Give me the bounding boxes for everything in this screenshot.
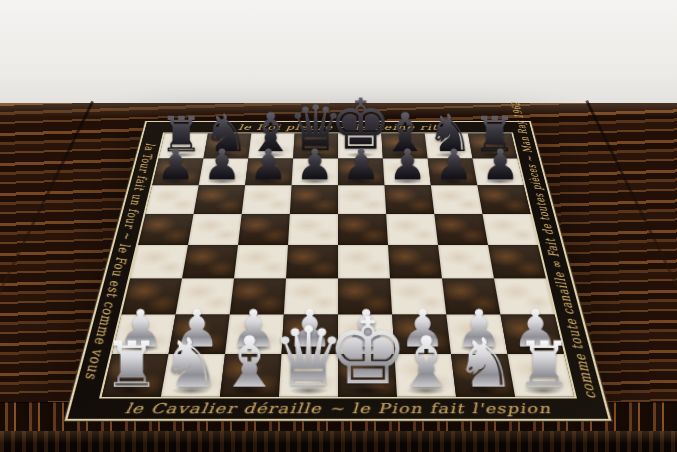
square-a6[interactable] <box>145 185 198 214</box>
square-b5[interactable] <box>188 214 242 245</box>
board-frame: le Roi pleure ~ la Reine rit la Tour fai… <box>65 121 612 421</box>
square-g1[interactable]: ♞ <box>451 354 515 397</box>
piece-black-pawn-e7[interactable]: ♟ <box>342 145 380 184</box>
square-c5[interactable] <box>238 214 290 245</box>
piece-black-pawn-d7[interactable]: ♟ <box>296 145 334 184</box>
square-e4[interactable] <box>338 245 390 278</box>
square-h4[interactable] <box>488 245 546 278</box>
square-a5[interactable] <box>138 214 194 245</box>
square-a7[interactable]: ♟ <box>152 159 203 186</box>
square-g6[interactable] <box>431 185 483 214</box>
square-c4[interactable] <box>234 245 288 278</box>
piece-white-knight-g1[interactable]: ♞ <box>455 332 516 395</box>
piece-black-pawn-h7[interactable]: ♟ <box>481 145 519 184</box>
square-g7[interactable]: ♟ <box>428 159 478 186</box>
frame-band-bottom: le Cavalier déraille ~ le Pion fait l'es… <box>94 399 582 419</box>
square-a1[interactable]: ♜ <box>102 354 169 397</box>
square-f5[interactable] <box>386 214 438 245</box>
inscription-top: le Roi pleure ~ la Reine rit <box>238 123 439 132</box>
piece-black-pawn-g7[interactable]: ♟ <box>435 145 473 184</box>
square-b7[interactable]: ♟ <box>199 159 249 186</box>
square-d5[interactable] <box>288 214 338 245</box>
square-h5[interactable] <box>482 214 538 245</box>
square-d1[interactable]: ♛ <box>279 354 338 397</box>
piece-black-pawn-c7[interactable]: ♟ <box>249 145 287 184</box>
piece-black-pawn-b7[interactable]: ♟ <box>203 145 241 184</box>
square-g4[interactable] <box>438 245 494 278</box>
piece-white-rook-h1[interactable]: ♜ <box>516 336 573 395</box>
piece-white-queen-d1[interactable]: ♛ <box>272 319 346 395</box>
square-f4[interactable] <box>388 245 442 278</box>
square-d7[interactable]: ♟ <box>292 159 338 186</box>
square-f7[interactable]: ♟ <box>383 159 431 186</box>
square-e6[interactable] <box>338 185 386 214</box>
perspective-wrap: le Roi pleure ~ la Reine rit la Tour fai… <box>0 0 677 452</box>
inscription-bottom: le Cavalier déraille ~ le Pion fait l'es… <box>123 400 552 417</box>
square-f6[interactable] <box>384 185 434 214</box>
square-c7[interactable]: ♟ <box>245 159 293 186</box>
square-d6[interactable] <box>290 185 338 214</box>
photo-scene: le Roi pleure ~ la Reine rit la Tour fai… <box>0 0 677 452</box>
square-f1[interactable]: ♝ <box>394 354 456 397</box>
square-e7[interactable]: ♟ <box>338 159 384 186</box>
piece-black-pawn-a7[interactable]: ♟ <box>157 145 195 184</box>
square-e5[interactable] <box>338 214 388 245</box>
chess-board: le Roi pleure ~ la Reine rit la Tour fai… <box>65 121 612 421</box>
piece-white-bishop-f1[interactable]: ♝ <box>395 330 458 395</box>
square-b4[interactable] <box>182 245 238 278</box>
piece-white-rook-a1[interactable]: ♜ <box>103 336 160 395</box>
square-b1[interactable]: ♞ <box>161 354 225 397</box>
square-h6[interactable] <box>477 185 530 214</box>
square-b6[interactable] <box>194 185 246 214</box>
square-e1[interactable]: ♚ <box>338 354 397 397</box>
square-h1[interactable]: ♜ <box>507 354 574 397</box>
square-a4[interactable] <box>130 245 188 278</box>
square-d4[interactable] <box>286 245 338 278</box>
board-squares: ♜♞♝♛♚♝♞♜♟♟♟♟♟♟♟♟♟♟♟♟♟♟♟♟♜♞♝♛♚♝♞♜ <box>99 133 577 399</box>
piece-black-pawn-f7[interactable]: ♟ <box>388 145 426 184</box>
square-h7[interactable]: ♟ <box>473 159 524 186</box>
square-c6[interactable] <box>242 185 292 214</box>
piece-white-knight-b1[interactable]: ♞ <box>160 332 221 395</box>
square-g5[interactable] <box>434 214 488 245</box>
